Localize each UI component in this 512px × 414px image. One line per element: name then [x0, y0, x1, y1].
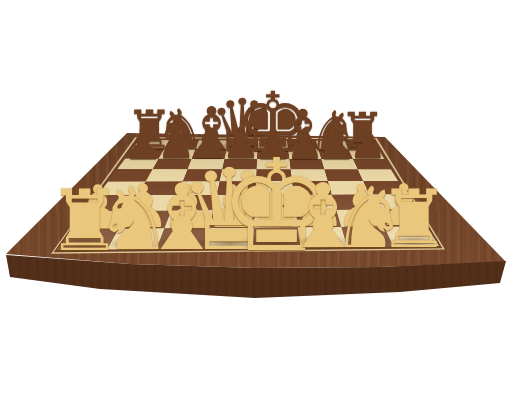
- piece-black-pawn-h7[interactable]: ♟: [349, 123, 387, 166]
- chess-photo-stage: ♜♞♝♛♚♝♞♜♟♟♟♟♟♟♟♟♟♟♟♟♟♟♟♟♜♞♝♛♚♝♞♜: [0, 0, 512, 414]
- piece-white-rook-h1[interactable]: ♜: [378, 178, 450, 258]
